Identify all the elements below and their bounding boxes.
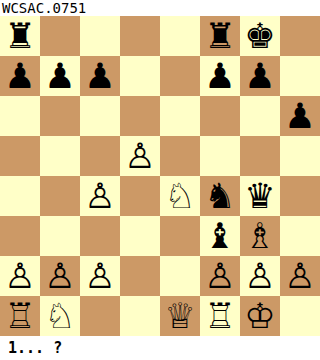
square-h6[interactable]: ♟ xyxy=(280,96,320,136)
piece-black-pawn[interactable]: ♟ xyxy=(44,56,75,96)
square-c8[interactable] xyxy=(80,16,120,56)
piece-white-knight[interactable]: ♘ xyxy=(44,296,75,336)
square-g8[interactable]: ♚ xyxy=(240,16,280,56)
square-b3[interactable] xyxy=(40,216,80,256)
piece-white-pawn[interactable]: ♙ xyxy=(124,136,155,176)
square-f5[interactable] xyxy=(200,136,240,176)
piece-black-pawn[interactable]: ♟ xyxy=(284,96,315,136)
square-h5[interactable] xyxy=(280,136,320,176)
square-b6[interactable] xyxy=(40,96,80,136)
square-g6[interactable] xyxy=(240,96,280,136)
square-a1[interactable]: ♖ xyxy=(0,296,40,336)
square-d4[interactable] xyxy=(120,176,160,216)
square-h4[interactable] xyxy=(280,176,320,216)
square-b5[interactable] xyxy=(40,136,80,176)
piece-black-pawn[interactable]: ♟ xyxy=(4,56,35,96)
square-g3[interactable]: ♗ xyxy=(240,216,280,256)
square-h1[interactable] xyxy=(280,296,320,336)
square-a3[interactable] xyxy=(0,216,40,256)
square-h2[interactable]: ♙ xyxy=(280,256,320,296)
piece-white-queen[interactable]: ♕ xyxy=(164,296,195,336)
piece-white-rook[interactable]: ♖ xyxy=(204,296,235,336)
piece-white-pawn[interactable]: ♙ xyxy=(84,176,115,216)
square-c2[interactable]: ♙ xyxy=(80,256,120,296)
square-b1[interactable]: ♘ xyxy=(40,296,80,336)
square-c7[interactable]: ♟ xyxy=(80,56,120,96)
move-prompt: 1... ? xyxy=(0,336,320,360)
piece-white-pawn[interactable]: ♙ xyxy=(44,256,75,296)
square-h8[interactable] xyxy=(280,16,320,56)
piece-black-pawn[interactable]: ♟ xyxy=(204,56,235,96)
piece-white-bishop[interactable]: ♗ xyxy=(244,216,275,256)
square-h3[interactable] xyxy=(280,216,320,256)
square-f8[interactable]: ♜ xyxy=(200,16,240,56)
square-d5[interactable]: ♙ xyxy=(120,136,160,176)
square-c6[interactable] xyxy=(80,96,120,136)
square-c3[interactable] xyxy=(80,216,120,256)
square-c1[interactable] xyxy=(80,296,120,336)
square-e8[interactable] xyxy=(160,16,200,56)
square-f1[interactable]: ♖ xyxy=(200,296,240,336)
square-e6[interactable] xyxy=(160,96,200,136)
square-b4[interactable] xyxy=(40,176,80,216)
square-c4[interactable]: ♙ xyxy=(80,176,120,216)
square-d1[interactable] xyxy=(120,296,160,336)
square-e7[interactable] xyxy=(160,56,200,96)
square-f4[interactable]: ♞ xyxy=(200,176,240,216)
square-d3[interactable] xyxy=(120,216,160,256)
square-d2[interactable] xyxy=(120,256,160,296)
square-f2[interactable]: ♙ xyxy=(200,256,240,296)
square-e3[interactable] xyxy=(160,216,200,256)
piece-white-pawn[interactable]: ♙ xyxy=(284,256,315,296)
piece-black-rook[interactable]: ♜ xyxy=(4,16,35,56)
piece-white-pawn[interactable]: ♙ xyxy=(4,256,35,296)
piece-black-pawn[interactable]: ♟ xyxy=(84,56,115,96)
square-e5[interactable] xyxy=(160,136,200,176)
square-a5[interactable] xyxy=(0,136,40,176)
puzzle-title: WCSAC.0751 xyxy=(0,0,320,16)
square-d6[interactable] xyxy=(120,96,160,136)
piece-white-pawn[interactable]: ♙ xyxy=(84,256,115,296)
square-d7[interactable] xyxy=(120,56,160,96)
piece-black-king[interactable]: ♚ xyxy=(244,16,275,56)
piece-black-pawn[interactable]: ♟ xyxy=(244,56,275,96)
square-g7[interactable]: ♟ xyxy=(240,56,280,96)
square-e4[interactable]: ♘ xyxy=(160,176,200,216)
square-g4[interactable]: ♛ xyxy=(240,176,280,216)
square-f6[interactable] xyxy=(200,96,240,136)
chess-board: ♜♜♚♟♟♟♟♟♟♙♙♘♞♛♝♗♙♙♙♙♙♙♖♘♕♖♔ xyxy=(0,16,320,336)
square-g2[interactable]: ♙ xyxy=(240,256,280,296)
square-g5[interactable] xyxy=(240,136,280,176)
chess-puzzle-window: WCSAC.0751 ♜♜♚♟♟♟♟♟♟♙♙♘♞♛♝♗♙♙♙♙♙♙♖♘♕♖♔ 1… xyxy=(0,0,320,360)
square-b8[interactable] xyxy=(40,16,80,56)
piece-black-bishop[interactable]: ♝ xyxy=(204,216,235,256)
piece-white-pawn[interactable]: ♙ xyxy=(244,256,275,296)
square-d8[interactable] xyxy=(120,16,160,56)
square-g1[interactable]: ♔ xyxy=(240,296,280,336)
square-e2[interactable] xyxy=(160,256,200,296)
square-b2[interactable]: ♙ xyxy=(40,256,80,296)
piece-black-queen[interactable]: ♛ xyxy=(244,176,275,216)
square-a8[interactable]: ♜ xyxy=(0,16,40,56)
piece-white-knight[interactable]: ♘ xyxy=(164,176,195,216)
square-h7[interactable] xyxy=(280,56,320,96)
square-a2[interactable]: ♙ xyxy=(0,256,40,296)
piece-black-rook[interactable]: ♜ xyxy=(204,16,235,56)
square-a4[interactable] xyxy=(0,176,40,216)
square-f3[interactable]: ♝ xyxy=(200,216,240,256)
square-f7[interactable]: ♟ xyxy=(200,56,240,96)
piece-white-pawn[interactable]: ♙ xyxy=(204,256,235,296)
square-a6[interactable] xyxy=(0,96,40,136)
piece-black-knight[interactable]: ♞ xyxy=(204,176,235,216)
square-e1[interactable]: ♕ xyxy=(160,296,200,336)
square-c5[interactable] xyxy=(80,136,120,176)
piece-white-king[interactable]: ♔ xyxy=(244,296,275,336)
square-a7[interactable]: ♟ xyxy=(0,56,40,96)
piece-white-rook[interactable]: ♖ xyxy=(4,296,35,336)
square-b7[interactable]: ♟ xyxy=(40,56,80,96)
